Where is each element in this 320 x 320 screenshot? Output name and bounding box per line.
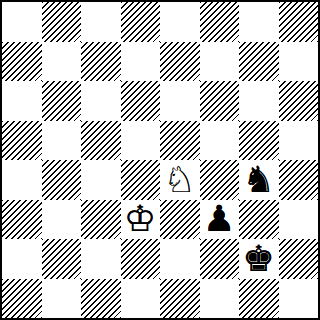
chessboard: ♘♞♔♟♚ [0, 0, 320, 320]
square-c1[interactable] [81, 279, 121, 319]
square-a8[interactable] [2, 2, 42, 42]
square-h1[interactable] [279, 279, 319, 319]
black-knight-piece[interactable]: ♞ [243, 162, 275, 198]
square-b3[interactable] [42, 200, 82, 240]
square-f6[interactable] [200, 81, 240, 121]
square-h7[interactable] [279, 42, 319, 82]
square-c3[interactable] [81, 200, 121, 240]
square-d5[interactable] [121, 121, 161, 161]
square-e4[interactable]: ♘ [160, 160, 200, 200]
square-c2[interactable] [81, 239, 121, 279]
square-a6[interactable] [2, 81, 42, 121]
square-c6[interactable] [81, 81, 121, 121]
square-c4[interactable] [81, 160, 121, 200]
square-a4[interactable] [2, 160, 42, 200]
square-h2[interactable] [279, 239, 319, 279]
square-g3[interactable] [239, 200, 279, 240]
square-a2[interactable] [2, 239, 42, 279]
square-a1[interactable] [2, 279, 42, 319]
square-c5[interactable] [81, 121, 121, 161]
square-a3[interactable] [2, 200, 42, 240]
square-e1[interactable] [160, 279, 200, 319]
square-c7[interactable] [81, 42, 121, 82]
square-f3[interactable]: ♟ [200, 200, 240, 240]
square-g1[interactable] [239, 279, 279, 319]
square-a7[interactable] [2, 42, 42, 82]
square-d8[interactable] [121, 2, 161, 42]
square-g6[interactable] [239, 81, 279, 121]
square-g4[interactable]: ♞ [239, 160, 279, 200]
square-h6[interactable] [279, 81, 319, 121]
square-c8[interactable] [81, 2, 121, 42]
white-knight-piece[interactable]: ♘ [164, 162, 196, 198]
square-e2[interactable] [160, 239, 200, 279]
square-h5[interactable] [279, 121, 319, 161]
white-king-piece[interactable]: ♔ [124, 201, 156, 237]
square-e7[interactable] [160, 42, 200, 82]
square-b8[interactable] [42, 2, 82, 42]
square-d6[interactable] [121, 81, 161, 121]
square-b2[interactable] [42, 239, 82, 279]
square-d2[interactable] [121, 239, 161, 279]
square-d4[interactable] [121, 160, 161, 200]
square-g5[interactable] [239, 121, 279, 161]
square-e6[interactable] [160, 81, 200, 121]
square-d3[interactable]: ♔ [121, 200, 161, 240]
square-h4[interactable] [279, 160, 319, 200]
square-f2[interactable] [200, 239, 240, 279]
black-king-piece[interactable]: ♚ [243, 241, 275, 277]
square-d1[interactable] [121, 279, 161, 319]
square-d7[interactable] [121, 42, 161, 82]
square-b7[interactable] [42, 42, 82, 82]
square-b4[interactable] [42, 160, 82, 200]
square-f7[interactable] [200, 42, 240, 82]
square-b6[interactable] [42, 81, 82, 121]
square-b5[interactable] [42, 121, 82, 161]
square-f1[interactable] [200, 279, 240, 319]
square-f4[interactable] [200, 160, 240, 200]
square-h8[interactable] [279, 2, 319, 42]
black-pawn-piece[interactable]: ♟ [203, 201, 235, 237]
square-f5[interactable] [200, 121, 240, 161]
square-b1[interactable] [42, 279, 82, 319]
square-h3[interactable] [279, 200, 319, 240]
square-f8[interactable] [200, 2, 240, 42]
square-a5[interactable] [2, 121, 42, 161]
square-e5[interactable] [160, 121, 200, 161]
square-g7[interactable] [239, 42, 279, 82]
square-g8[interactable] [239, 2, 279, 42]
square-e8[interactable] [160, 2, 200, 42]
square-g2[interactable]: ♚ [239, 239, 279, 279]
square-e3[interactable] [160, 200, 200, 240]
